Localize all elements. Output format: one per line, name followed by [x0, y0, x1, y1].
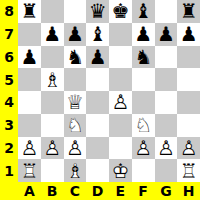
file-label-b: B — [41, 182, 64, 200]
file-label-c: C — [64, 182, 87, 200]
square-f6[interactable]: ♞ — [132, 46, 155, 69]
black-knight-glyph: ♞ — [66, 47, 84, 67]
square-d8[interactable]: ♛ — [86, 0, 109, 23]
piece-black-bishop[interactable]: ♝ — [132, 0, 155, 23]
piece-black-knight[interactable]: ♞ — [64, 46, 87, 69]
white-pawn-glyph: ♙ — [64, 137, 87, 157]
square-c4[interactable]: ♛♕ — [64, 91, 87, 114]
piece-white-pawn[interactable]: ♟♙ — [64, 137, 87, 160]
black-pawn-glyph: ♟ — [157, 24, 175, 44]
square-b5[interactable]: ♝♗ — [41, 68, 64, 91]
black-pawn-glyph: ♟ — [180, 24, 198, 44]
file-label-g: G — [155, 182, 178, 200]
piece-white-pawn[interactable]: ♟♙ — [41, 137, 64, 160]
square-d3[interactable] — [86, 114, 109, 137]
square-d4[interactable] — [86, 91, 109, 114]
black-bishop-glyph: ♝ — [89, 24, 107, 44]
rank-label-1: 1 — [0, 159, 18, 182]
piece-black-pawn[interactable]: ♟ — [64, 23, 87, 46]
piece-black-pawn[interactable]: ♟ — [177, 23, 200, 46]
square-a2[interactable]: ♟♙ — [18, 137, 41, 160]
black-queen-glyph: ♛ — [89, 1, 107, 21]
piece-black-rook[interactable]: ♜ — [177, 0, 200, 23]
rank-label-3: 3 — [0, 114, 18, 137]
square-h1[interactable]: ♜♖ — [177, 159, 200, 182]
white-king-glyph: ♔ — [109, 160, 132, 180]
square-g2[interactable]: ♟♙ — [155, 137, 178, 160]
white-pawn-glyph: ♙ — [109, 92, 132, 112]
piece-black-pawn[interactable]: ♟ — [18, 46, 41, 69]
square-d5[interactable] — [86, 68, 109, 91]
piece-black-bishop[interactable]: ♝ — [86, 23, 109, 46]
square-f2[interactable]: ♟♙ — [132, 137, 155, 160]
black-knight-glyph: ♞ — [134, 47, 152, 67]
square-d1[interactable] — [86, 159, 109, 182]
piece-black-pawn[interactable]: ♟ — [155, 23, 178, 46]
square-c3[interactable]: ♞♘ — [64, 114, 87, 137]
square-f1[interactable] — [132, 159, 155, 182]
square-g5[interactable] — [155, 68, 178, 91]
piece-white-pawn[interactable]: ♟♙ — [109, 91, 132, 114]
square-h8[interactable]: ♜ — [177, 0, 200, 23]
white-pawn-glyph: ♙ — [155, 137, 178, 157]
white-queen-glyph: ♕ — [64, 92, 87, 112]
square-e2[interactable] — [109, 137, 132, 160]
white-rook-glyph: ♖ — [18, 160, 41, 180]
square-c6[interactable]: ♞ — [64, 46, 87, 69]
square-h2[interactable]: ♟♙ — [177, 137, 200, 160]
square-e7[interactable] — [109, 23, 132, 46]
rank-label-6: 6 — [0, 46, 18, 69]
file-label-e: E — [109, 182, 132, 200]
white-knight-glyph: ♘ — [64, 115, 87, 135]
white-pawn-glyph: ♙ — [132, 137, 155, 157]
square-c2[interactable]: ♟♙ — [64, 137, 87, 160]
square-b2[interactable]: ♟♙ — [41, 137, 64, 160]
piece-black-queen[interactable]: ♛ — [86, 0, 109, 23]
piece-black-king[interactable]: ♚ — [109, 0, 132, 23]
square-h6[interactable] — [177, 46, 200, 69]
square-g8[interactable] — [155, 0, 178, 23]
piece-black-pawn[interactable]: ♟ — [86, 46, 109, 69]
chess-board: 8♜♛♚♝♜7♟♟♝♟♟♟6♟♞♟♞5♝♗4♛♕♟♙3♞♘♞♘2♟♙♟♙♟♙♟♙… — [0, 0, 200, 200]
square-a6[interactable]: ♟ — [18, 46, 41, 69]
rank-label-7: 7 — [0, 23, 18, 46]
square-g1[interactable] — [155, 159, 178, 182]
piece-white-pawn[interactable]: ♟♙ — [155, 137, 178, 160]
coordinate-corner — [0, 182, 18, 200]
white-pawn-glyph: ♙ — [177, 137, 200, 157]
black-pawn-glyph: ♟ — [89, 47, 107, 67]
square-h3[interactable] — [177, 114, 200, 137]
square-e1[interactable]: ♚♔ — [109, 159, 132, 182]
square-f5[interactable] — [132, 68, 155, 91]
square-e8[interactable]: ♚ — [109, 0, 132, 23]
piece-white-rook[interactable]: ♜♖ — [177, 159, 200, 182]
square-f7[interactable]: ♟ — [132, 23, 155, 46]
square-d7[interactable]: ♝ — [86, 23, 109, 46]
square-b1[interactable] — [41, 159, 64, 182]
black-pawn-glyph: ♟ — [43, 24, 61, 44]
white-bishop-glyph: ♗ — [64, 160, 87, 180]
file-label-f: F — [132, 182, 155, 200]
piece-white-pawn[interactable]: ♟♙ — [18, 137, 41, 160]
piece-white-queen[interactable]: ♛♕ — [64, 91, 87, 114]
black-bishop-glyph: ♝ — [134, 1, 152, 21]
white-rook-glyph: ♖ — [177, 160, 200, 180]
rank-label-5: 5 — [0, 68, 18, 91]
square-g6[interactable] — [155, 46, 178, 69]
square-g4[interactable] — [155, 91, 178, 114]
square-c5[interactable] — [64, 68, 87, 91]
square-e5[interactable] — [109, 68, 132, 91]
piece-white-pawn[interactable]: ♟♙ — [132, 137, 155, 160]
square-h5[interactable] — [177, 68, 200, 91]
rank-label-2: 2 — [0, 137, 18, 160]
white-pawn-glyph: ♙ — [18, 137, 41, 157]
file-label-d: D — [86, 182, 109, 200]
square-f3[interactable]: ♞♘ — [132, 114, 155, 137]
piece-white-bishop[interactable]: ♝♗ — [41, 68, 64, 91]
piece-black-pawn[interactable]: ♟ — [132, 23, 155, 46]
square-a3[interactable] — [18, 114, 41, 137]
piece-white-king[interactable]: ♚♔ — [109, 159, 132, 182]
square-b7[interactable]: ♟ — [41, 23, 64, 46]
square-f4[interactable] — [132, 91, 155, 114]
white-knight-glyph: ♘ — [132, 115, 155, 135]
piece-white-pawn[interactable]: ♟♙ — [177, 137, 200, 160]
square-b3[interactable] — [41, 114, 64, 137]
square-b4[interactable] — [41, 91, 64, 114]
piece-black-pawn[interactable]: ♟ — [41, 23, 64, 46]
file-label-a: A — [18, 182, 41, 200]
black-rook-glyph: ♜ — [20, 1, 38, 21]
piece-white-bishop[interactable]: ♝♗ — [64, 159, 87, 182]
chess-diagram: 8♜♛♚♝♜7♟♟♝♟♟♟6♟♞♟♞5♝♗4♛♕♟♙3♞♘♞♘2♟♙♟♙♟♙♟♙… — [0, 0, 200, 200]
black-king-glyph: ♚ — [111, 1, 129, 21]
square-h4[interactable] — [177, 91, 200, 114]
black-pawn-glyph: ♟ — [134, 24, 152, 44]
piece-black-knight[interactable]: ♞ — [132, 46, 155, 69]
square-a1[interactable]: ♜♖ — [18, 159, 41, 182]
square-d6[interactable]: ♟ — [86, 46, 109, 69]
black-pawn-glyph: ♟ — [66, 24, 84, 44]
square-a5[interactable] — [18, 68, 41, 91]
square-e6[interactable] — [109, 46, 132, 69]
square-f8[interactable]: ♝ — [132, 0, 155, 23]
square-a8[interactable]: ♜ — [18, 0, 41, 23]
rank-label-4: 4 — [0, 91, 18, 114]
piece-white-knight[interactable]: ♞♘ — [64, 114, 87, 137]
black-rook-glyph: ♜ — [180, 1, 198, 21]
piece-white-rook[interactable]: ♜♖ — [18, 159, 41, 182]
black-pawn-glyph: ♟ — [20, 47, 38, 67]
square-c7[interactable]: ♟ — [64, 23, 87, 46]
square-d2[interactable] — [86, 137, 109, 160]
square-g3[interactable] — [155, 114, 178, 137]
square-g7[interactable]: ♟ — [155, 23, 178, 46]
square-e3[interactable] — [109, 114, 132, 137]
square-a4[interactable] — [18, 91, 41, 114]
square-b6[interactable] — [41, 46, 64, 69]
white-pawn-glyph: ♙ — [41, 137, 64, 157]
square-e4[interactable]: ♟♙ — [109, 91, 132, 114]
square-c1[interactable]: ♝♗ — [64, 159, 87, 182]
white-bishop-glyph: ♗ — [41, 69, 64, 89]
rank-label-8: 8 — [0, 0, 18, 23]
piece-white-knight[interactable]: ♞♘ — [132, 114, 155, 137]
piece-black-rook[interactable]: ♜ — [18, 0, 41, 23]
square-a7[interactable] — [18, 23, 41, 46]
square-b8[interactable] — [41, 0, 64, 23]
square-c8[interactable] — [64, 0, 87, 23]
file-label-h: H — [177, 182, 200, 200]
square-h7[interactable]: ♟ — [177, 23, 200, 46]
